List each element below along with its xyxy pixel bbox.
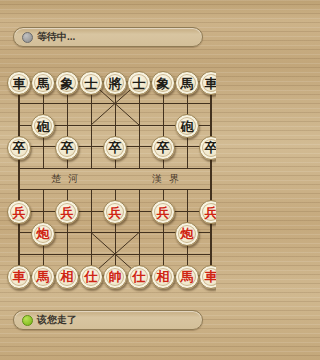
piece-char: 馬 bbox=[181, 270, 194, 283]
piece-red-兵[interactable]: 兵 bbox=[103, 200, 127, 224]
piece-red-馬[interactable]: 馬 bbox=[175, 265, 199, 289]
piece-char: 車 bbox=[205, 270, 217, 283]
piece-char: 兵 bbox=[61, 205, 74, 218]
piece-red-仕[interactable]: 仕 bbox=[79, 265, 103, 289]
piece-char: 士 bbox=[133, 76, 146, 89]
player-turn-text: 该您走了 bbox=[37, 310, 77, 330]
piece-black-士[interactable]: 士 bbox=[79, 71, 103, 95]
piece-char: 將 bbox=[109, 76, 122, 89]
piece-char: 卒 bbox=[157, 141, 170, 154]
piece-char: 帥 bbox=[109, 270, 122, 283]
piece-char: 車 bbox=[13, 270, 26, 283]
piece-char: 兵 bbox=[157, 205, 170, 218]
piece-char: 車 bbox=[205, 76, 217, 89]
piece-char: 象 bbox=[157, 76, 170, 89]
piece-red-相[interactable]: 相 bbox=[151, 265, 175, 289]
board-grid[interactable]: 車馬象士將士象馬車砲砲卒卒卒卒卒兵兵兵兵兵炮炮車馬相仕帥仕相馬車 bbox=[7, 71, 216, 286]
piece-char: 象 bbox=[61, 76, 74, 89]
piece-black-將[interactable]: 將 bbox=[103, 71, 127, 95]
piece-black-士[interactable]: 士 bbox=[127, 71, 151, 95]
piece-char: 兵 bbox=[109, 205, 122, 218]
xiangqi-app-screen: { "game": "xiangqi", "top_bar": { "statu… bbox=[0, 0, 216, 360]
piece-red-兵[interactable]: 兵 bbox=[7, 200, 31, 224]
your-turn-status-dot-icon bbox=[22, 315, 33, 326]
piece-red-炮[interactable]: 炮 bbox=[31, 222, 55, 246]
piece-black-卒[interactable]: 卒 bbox=[103, 136, 127, 160]
piece-black-車[interactable]: 車 bbox=[7, 71, 31, 95]
piece-char: 砲 bbox=[181, 119, 194, 132]
piece-red-車[interactable]: 車 bbox=[7, 265, 31, 289]
piece-red-仕[interactable]: 仕 bbox=[127, 265, 151, 289]
piece-char: 卒 bbox=[61, 141, 74, 154]
piece-char: 馬 bbox=[37, 76, 50, 89]
piece-red-兵[interactable]: 兵 bbox=[199, 200, 216, 224]
piece-char: 相 bbox=[157, 270, 170, 283]
piece-char: 士 bbox=[85, 76, 98, 89]
player-turn-bar: 该您走了 bbox=[13, 310, 203, 330]
piece-black-卒[interactable]: 卒 bbox=[199, 136, 216, 160]
piece-char: 馬 bbox=[37, 270, 50, 283]
piece-black-砲[interactable]: 砲 bbox=[175, 114, 199, 138]
piece-black-馬[interactable]: 馬 bbox=[175, 71, 199, 95]
piece-black-象[interactable]: 象 bbox=[151, 71, 175, 95]
piece-red-帥[interactable]: 帥 bbox=[103, 265, 127, 289]
piece-char: 相 bbox=[61, 270, 74, 283]
piece-black-象[interactable]: 象 bbox=[55, 71, 79, 95]
piece-char: 卒 bbox=[109, 141, 122, 154]
piece-char: 仕 bbox=[133, 270, 146, 283]
piece-char: 仕 bbox=[85, 270, 98, 283]
piece-char: 炮 bbox=[181, 227, 194, 240]
piece-black-卒[interactable]: 卒 bbox=[151, 136, 175, 160]
piece-char: 車 bbox=[13, 76, 26, 89]
piece-red-炮[interactable]: 炮 bbox=[175, 222, 199, 246]
piece-char: 砲 bbox=[37, 119, 50, 132]
piece-black-車[interactable]: 車 bbox=[199, 71, 216, 95]
piece-red-相[interactable]: 相 bbox=[55, 265, 79, 289]
piece-char: 兵 bbox=[13, 205, 26, 218]
piece-black-砲[interactable]: 砲 bbox=[31, 114, 55, 138]
piece-black-卒[interactable]: 卒 bbox=[55, 136, 79, 160]
piece-char: 卒 bbox=[205, 141, 217, 154]
piece-char: 炮 bbox=[37, 227, 50, 240]
piece-char: 兵 bbox=[205, 205, 217, 218]
piece-black-卒[interactable]: 卒 bbox=[7, 136, 31, 160]
piece-red-車[interactable]: 車 bbox=[199, 265, 216, 289]
piece-char: 馬 bbox=[181, 76, 194, 89]
piece-char: 卒 bbox=[13, 141, 26, 154]
piece-red-兵[interactable]: 兵 bbox=[151, 200, 175, 224]
piece-red-兵[interactable]: 兵 bbox=[55, 200, 79, 224]
piece-black-馬[interactable]: 馬 bbox=[31, 71, 55, 95]
piece-red-馬[interactable]: 馬 bbox=[31, 265, 55, 289]
